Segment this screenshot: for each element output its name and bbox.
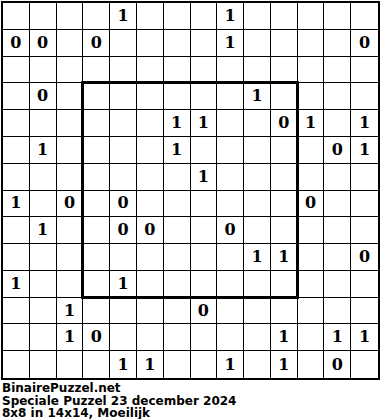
cell-r0c9[interactable]	[244, 3, 271, 30]
cell-r6c9[interactable]	[244, 164, 271, 191]
cell-r9c7[interactable]	[191, 244, 218, 271]
cell-r8c6[interactable]	[164, 217, 191, 244]
cell-r1c9[interactable]	[244, 30, 271, 57]
cell-r0c11[interactable]	[298, 3, 325, 30]
cell-r10c12[interactable]	[324, 271, 351, 298]
cell-r10c9[interactable]	[244, 271, 271, 298]
cell-r7c1[interactable]	[30, 191, 57, 218]
cell-r3c7[interactable]	[191, 83, 218, 110]
cell-r10c13[interactable]	[351, 271, 378, 298]
cell-r11c13[interactable]	[351, 298, 378, 325]
cell-r10c3[interactable]	[83, 271, 110, 298]
cell-r6c0[interactable]	[3, 164, 30, 191]
cell-r9c1[interactable]	[30, 244, 57, 271]
cell-r7c6[interactable]	[164, 191, 191, 218]
cell-r11c5[interactable]	[137, 298, 164, 325]
cell-r10c6[interactable]	[164, 271, 191, 298]
cell-r7c9[interactable]	[244, 191, 271, 218]
cell-r9c10: 1	[271, 244, 298, 271]
cell-r3c4[interactable]	[110, 83, 137, 110]
cell-r7c0: 1	[3, 191, 30, 218]
cell-r12c9[interactable]	[244, 324, 271, 351]
cell-r12c6[interactable]	[164, 324, 191, 351]
cell-r11c11[interactable]	[298, 298, 325, 325]
cell-r8c8: 0	[217, 217, 244, 244]
cell-r7c13[interactable]	[351, 191, 378, 218]
cell-r10c10[interactable]	[271, 271, 298, 298]
cell-r4c3[interactable]	[83, 110, 110, 137]
cell-r4c8[interactable]	[217, 110, 244, 137]
cell-r7c4: 0	[110, 191, 137, 218]
cell-r1c5[interactable]	[137, 30, 164, 57]
cell-r8c10[interactable]	[271, 217, 298, 244]
cell-r1c6[interactable]	[164, 30, 191, 57]
cell-r12c11[interactable]	[298, 324, 325, 351]
puzzle-subtitle: 8x8 in 14x14, Moeilijk	[2, 407, 381, 419]
cell-r7c8[interactable]	[217, 191, 244, 218]
site-name: BinairePuzzel.net	[2, 382, 381, 395]
cell-r5c10[interactable]	[271, 137, 298, 164]
cell-r6c4[interactable]	[110, 164, 137, 191]
cell-r2c3[interactable]	[83, 57, 110, 84]
cell-r0c13[interactable]	[351, 3, 378, 30]
cell-r1c10[interactable]	[271, 30, 298, 57]
cell-r8c11[interactable]	[298, 217, 325, 244]
cell-r4c9[interactable]	[244, 110, 271, 137]
cell-r9c0[interactable]	[3, 244, 30, 271]
cell-r1c3: 0	[83, 30, 110, 57]
cell-r3c2[interactable]	[57, 83, 84, 110]
cell-r11c8[interactable]	[217, 298, 244, 325]
cell-r5c6: 1	[164, 137, 191, 164]
cell-r1c12[interactable]	[324, 30, 351, 57]
cell-r0c12[interactable]	[324, 3, 351, 30]
cell-r12c13: 1	[351, 324, 378, 351]
cell-r0c3[interactable]	[83, 3, 110, 30]
cell-r2c0[interactable]	[3, 57, 30, 84]
cell-r12c8[interactable]	[217, 324, 244, 351]
cell-r11c2: 1	[57, 298, 84, 325]
cell-r3c5[interactable]	[137, 83, 164, 110]
cell-r7c11: 0	[298, 191, 325, 218]
cell-r7c3[interactable]	[83, 191, 110, 218]
cell-r3c11[interactable]	[298, 83, 325, 110]
cell-r8c0[interactable]	[3, 217, 30, 244]
cell-r6c3[interactable]	[83, 164, 110, 191]
cell-r11c7: 0	[191, 298, 218, 325]
cell-r5c11[interactable]	[298, 137, 325, 164]
cell-r1c8: 1	[217, 30, 244, 57]
cell-r1c7[interactable]	[191, 30, 218, 57]
cell-r5c9[interactable]	[244, 137, 271, 164]
cell-r13c7[interactable]	[191, 351, 218, 378]
cell-r5c12: 0	[324, 137, 351, 164]
cell-r12c3: 0	[83, 324, 110, 351]
cell-r8c2[interactable]	[57, 217, 84, 244]
cell-r9c4[interactable]	[110, 244, 137, 271]
cell-r4c2[interactable]	[57, 110, 84, 137]
cell-r9c12[interactable]	[324, 244, 351, 271]
cell-r0c7[interactable]	[191, 3, 218, 30]
cell-r11c12[interactable]	[324, 298, 351, 325]
cell-r6c13[interactable]	[351, 164, 378, 191]
cell-r4c4[interactable]	[110, 110, 137, 137]
cell-r13c12: 0	[324, 351, 351, 378]
cell-r0c5[interactable]	[137, 3, 164, 30]
cell-r6c6[interactable]	[164, 164, 191, 191]
cell-r13c0[interactable]	[3, 351, 30, 378]
cell-r2c12[interactable]	[324, 57, 351, 84]
cell-r7c12[interactable]	[324, 191, 351, 218]
cell-r13c10: 1	[271, 351, 298, 378]
cell-r0c4: 1	[110, 3, 137, 30]
cell-r0c0[interactable]	[3, 3, 30, 30]
cell-r10c4: 1	[110, 271, 137, 298]
cell-r3c1: 0	[30, 83, 57, 110]
cell-r10c11[interactable]	[298, 271, 325, 298]
cell-r12c0[interactable]	[3, 324, 30, 351]
cell-r0c8: 1	[217, 3, 244, 30]
cell-r8c12[interactable]	[324, 217, 351, 244]
cell-r8c7[interactable]	[191, 217, 218, 244]
cell-r13c5: 1	[137, 351, 164, 378]
cell-r4c10: 0	[271, 110, 298, 137]
cell-r1c11[interactable]	[298, 30, 325, 57]
cell-r2c10[interactable]	[271, 57, 298, 84]
cell-r2c8[interactable]	[217, 57, 244, 84]
cell-r12c7[interactable]	[191, 324, 218, 351]
cell-r9c9: 1	[244, 244, 271, 271]
cell-r1c13: 0	[351, 30, 378, 57]
cell-r5c1: 1	[30, 137, 57, 164]
cell-r11c0[interactable]	[3, 298, 30, 325]
cell-r8c1: 1	[30, 217, 57, 244]
cell-r2c9[interactable]	[244, 57, 271, 84]
cell-r6c11[interactable]	[298, 164, 325, 191]
cell-r6c7: 1	[191, 164, 218, 191]
cell-r10c2[interactable]	[57, 271, 84, 298]
cell-r11c10[interactable]	[271, 298, 298, 325]
cell-r6c8[interactable]	[217, 164, 244, 191]
cell-r13c9[interactable]	[244, 351, 271, 378]
cell-r4c12[interactable]	[324, 110, 351, 137]
cell-r13c6[interactable]	[164, 351, 191, 378]
cell-r0c1[interactable]	[30, 3, 57, 30]
cell-r4c6: 1	[164, 110, 191, 137]
cell-r3c0[interactable]	[3, 83, 30, 110]
cell-r2c1[interactable]	[30, 57, 57, 84]
cell-r7c5[interactable]	[137, 191, 164, 218]
cell-r1c2[interactable]	[57, 30, 84, 57]
cell-r10c8[interactable]	[217, 271, 244, 298]
cell-r6c5[interactable]	[137, 164, 164, 191]
cell-r11c1[interactable]	[30, 298, 57, 325]
cell-r5c4[interactable]	[110, 137, 137, 164]
cell-r7c10[interactable]	[271, 191, 298, 218]
cell-r6c10[interactable]	[271, 164, 298, 191]
cell-r9c5[interactable]	[137, 244, 164, 271]
cell-r3c8[interactable]	[217, 83, 244, 110]
cell-r5c0[interactable]	[3, 137, 30, 164]
cell-r12c12: 1	[324, 324, 351, 351]
cell-r3c13[interactable]	[351, 83, 378, 110]
cell-r8c13[interactable]	[351, 217, 378, 244]
cell-r2c11[interactable]	[298, 57, 325, 84]
cell-r10c5[interactable]	[137, 271, 164, 298]
cell-r4c11: 1	[298, 110, 325, 137]
cell-r3c10[interactable]	[271, 83, 298, 110]
cell-r0c6[interactable]	[164, 3, 191, 30]
cell-r13c13[interactable]	[351, 351, 378, 378]
cell-r2c13[interactable]	[351, 57, 378, 84]
cell-r4c5[interactable]	[137, 110, 164, 137]
cell-r6c12[interactable]	[324, 164, 351, 191]
cell-r2c6[interactable]	[164, 57, 191, 84]
cell-r12c4[interactable]	[110, 324, 137, 351]
cell-r6c1[interactable]	[30, 164, 57, 191]
cell-r10c0: 1	[3, 271, 30, 298]
cell-r8c3[interactable]	[83, 217, 110, 244]
cell-r12c1[interactable]	[30, 324, 57, 351]
cell-r9c8[interactable]	[217, 244, 244, 271]
cell-r13c2[interactable]	[57, 351, 84, 378]
cell-r0c10[interactable]	[271, 3, 298, 30]
cell-r10c1[interactable]	[30, 271, 57, 298]
cell-r12c5[interactable]	[137, 324, 164, 351]
cell-r9c6[interactable]	[164, 244, 191, 271]
cell-r5c2[interactable]	[57, 137, 84, 164]
cell-r8c9[interactable]	[244, 217, 271, 244]
cell-r9c13: 0	[351, 244, 378, 271]
cell-r1c4[interactable]	[110, 30, 137, 57]
cell-r13c3[interactable]	[83, 351, 110, 378]
cell-r1c1: 0	[30, 30, 57, 57]
cell-r13c1[interactable]	[30, 351, 57, 378]
cell-r3c6[interactable]	[164, 83, 191, 110]
cell-r8c5: 0	[137, 217, 164, 244]
puzzle-grid: 1100010011101111011100010001101110101111…	[1, 1, 380, 380]
cell-r2c4[interactable]	[110, 57, 137, 84]
cell-r11c9[interactable]	[244, 298, 271, 325]
cell-r5c3[interactable]	[83, 137, 110, 164]
cell-r4c0[interactable]	[3, 110, 30, 137]
cell-r8c4: 0	[110, 217, 137, 244]
cell-r12c2: 1	[57, 324, 84, 351]
cell-r7c2: 0	[57, 191, 84, 218]
cell-r6c2[interactable]	[57, 164, 84, 191]
cell-r1c0: 0	[3, 30, 30, 57]
cell-r5c13: 1	[351, 137, 378, 164]
cell-r5c5[interactable]	[137, 137, 164, 164]
cell-r2c2[interactable]	[57, 57, 84, 84]
cell-r3c3[interactable]	[83, 83, 110, 110]
cell-r12c10: 1	[271, 324, 298, 351]
cell-r3c9: 1	[244, 83, 271, 110]
cell-r4c13: 1	[351, 110, 378, 137]
cell-r7c7[interactable]	[191, 191, 218, 218]
cell-r11c6[interactable]	[164, 298, 191, 325]
cell-r11c4[interactable]	[110, 298, 137, 325]
cell-r4c1[interactable]	[30, 110, 57, 137]
cell-r2c5[interactable]	[137, 57, 164, 84]
cell-r9c2[interactable]	[57, 244, 84, 271]
cell-r10c7[interactable]	[191, 271, 218, 298]
cell-r13c4: 1	[110, 351, 137, 378]
cell-r2c7[interactable]	[191, 57, 218, 84]
cell-r5c7[interactable]	[191, 137, 218, 164]
cell-r11c3[interactable]	[83, 298, 110, 325]
cell-r9c11[interactable]	[298, 244, 325, 271]
cell-r9c3[interactable]	[83, 244, 110, 271]
cell-r4c7: 1	[191, 110, 218, 137]
cell-r0c2[interactable]	[57, 3, 84, 30]
cell-r5c8[interactable]	[217, 137, 244, 164]
cell-r3c12[interactable]	[324, 83, 351, 110]
cell-r13c8: 1	[217, 351, 244, 378]
caption: BinairePuzzel.net Speciale Puzzel 23 dec…	[2, 382, 381, 419]
cell-r13c11[interactable]	[298, 351, 325, 378]
